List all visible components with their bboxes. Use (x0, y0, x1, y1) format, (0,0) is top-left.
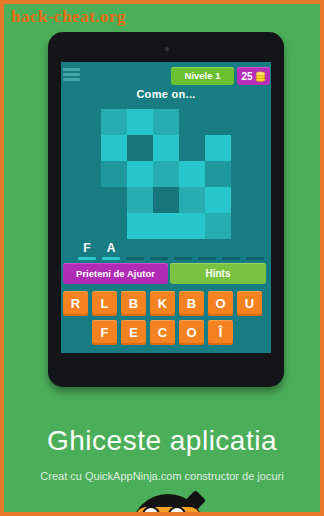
pixel-cell (153, 213, 179, 239)
letter-tile[interactable]: O (208, 291, 233, 316)
pixel-cell (101, 135, 127, 161)
pixel-cell (153, 109, 179, 135)
pixel-cell (205, 213, 231, 239)
letter-tile[interactable]: F (92, 320, 117, 345)
app-title: Ghiceste aplicatia (4, 425, 320, 457)
camera-dot (165, 47, 169, 51)
letter-tile[interactable]: E (121, 320, 146, 345)
pixel-grid (101, 109, 231, 239)
pixel-cell (127, 213, 153, 239)
pixel-cell (101, 213, 127, 239)
pixel-cell (127, 109, 153, 135)
pixel-cell (127, 161, 153, 187)
prompt-text: Come on... (61, 88, 271, 100)
pixel-cell (179, 187, 205, 213)
coins-badge[interactable]: 25 (237, 67, 270, 85)
pixel-cell (153, 187, 179, 213)
answer-slot (174, 240, 192, 260)
answer-slot (246, 240, 264, 260)
letter-tile[interactable]: C (150, 320, 175, 345)
letter-tile[interactable]: K (150, 291, 175, 316)
coin-stack-icon (255, 71, 266, 82)
letter-tile[interactable]: O (179, 320, 204, 345)
pixel-cell (127, 135, 153, 161)
pixel-cell (205, 161, 231, 187)
tablet-frame: Nivele 1 25 Come on... FA Prieteni de Aj… (48, 32, 284, 387)
page: hack-cheat.org Nivele 1 25 Come on... FA… (0, 0, 324, 516)
pixel-cell (205, 135, 231, 161)
letter-tile[interactable]: Î (208, 320, 233, 345)
answer-slot (150, 240, 168, 260)
pixel-cell (101, 161, 127, 187)
letter-tile[interactable]: B (121, 291, 146, 316)
credit-line: Creat cu QuickAppNinja.com constructor d… (4, 470, 320, 482)
pixel-cell (153, 135, 179, 161)
friends-help-button[interactable]: Prieteni de Ajutor (63, 263, 168, 284)
answer-slot: F (78, 240, 96, 260)
answer-slot (126, 240, 144, 260)
pixel-cell (101, 109, 127, 135)
watermark: hack-cheat.org (11, 7, 126, 27)
pixel-cell (205, 109, 231, 135)
answer-slot (198, 240, 216, 260)
answer-slot (222, 240, 240, 260)
pixel-cell (179, 109, 205, 135)
answer-slot: A (102, 240, 120, 260)
hints-button[interactable]: Hints (170, 263, 266, 284)
pixel-cell (179, 213, 205, 239)
pixel-cell (127, 187, 153, 213)
pixel-cell (153, 161, 179, 187)
pixel-cell (205, 187, 231, 213)
pixel-cell (179, 161, 205, 187)
pixel-cell (101, 187, 127, 213)
menu-icon[interactable] (63, 68, 80, 81)
letter-tile[interactable]: U (237, 291, 262, 316)
letter-tile[interactable]: B (179, 291, 204, 316)
game-screen: Nivele 1 25 Come on... FA Prieteni de Aj… (61, 62, 271, 353)
letter-tile[interactable]: L (92, 291, 117, 316)
level-badge[interactable]: Nivele 1 (171, 67, 234, 85)
letter-tiles-row1: RLBKBOU (63, 291, 262, 316)
pixel-cell (179, 135, 205, 161)
coins-count: 25 (241, 71, 252, 82)
answer-slots: FA (78, 240, 264, 260)
letter-tiles-row2: FECOÎ (92, 320, 233, 345)
letter-tile[interactable]: R (63, 291, 88, 316)
